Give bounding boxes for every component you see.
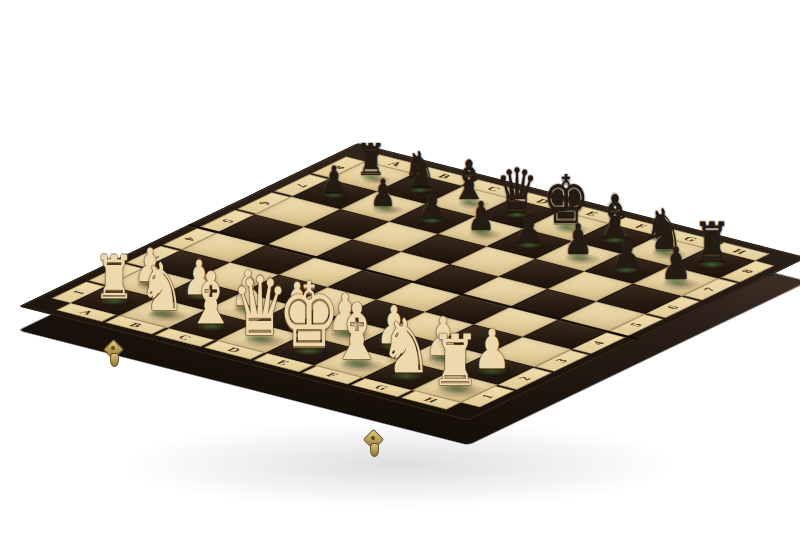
file-label-text: A — [76, 308, 97, 316]
brass-clasp-left — [101, 340, 125, 368]
clasp-hook-icon — [370, 443, 379, 457]
chess-board: ABCDEFGH ABCDEFGH 87654321 87654321 — [19, 143, 800, 421]
brass-clasp-front — [361, 430, 385, 458]
rank-label-text: 3 — [552, 358, 573, 364]
ground-shadow — [110, 420, 690, 510]
rank-label-text: 5 — [626, 322, 647, 328]
file-label-text: B — [125, 321, 145, 329]
product-photo-scene: ABCDEFGH ABCDEFGH 87654321 87654321 ♜♞♟♝… — [0, 0, 800, 533]
file-label-text: E — [273, 359, 293, 367]
file-label-text: H — [420, 396, 442, 404]
file-label-text: D — [223, 346, 244, 354]
file-label-text: C — [174, 333, 195, 341]
rank-label-text: 4 — [589, 340, 610, 346]
clasp-hook-icon — [110, 353, 119, 367]
file-label-text: F — [322, 371, 342, 379]
clasp-pin-icon — [111, 346, 115, 350]
rank-label-text: 1 — [477, 393, 498, 399]
rank-label-text: 6 — [663, 304, 684, 310]
clasp-pin-icon — [371, 436, 375, 440]
file-label-text: G — [371, 383, 393, 391]
rank-label-text: 8 — [737, 268, 758, 274]
rank-label-text: 2 — [515, 376, 536, 382]
rank-label-text: 7 — [700, 286, 721, 292]
